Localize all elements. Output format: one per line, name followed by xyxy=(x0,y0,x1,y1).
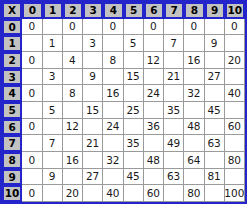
table-cell-r2c2: 4 xyxy=(63,52,83,69)
table-cell-r3c4 xyxy=(103,69,123,86)
table-cell-r7c3: 21 xyxy=(83,135,103,152)
row-header-9: 9 xyxy=(2,169,22,186)
row-header-10: 10 xyxy=(2,185,22,202)
table-cell-r1c8 xyxy=(184,35,204,52)
table-cell-r2c5 xyxy=(124,52,144,69)
table-cell-r8c6: 48 xyxy=(144,152,164,169)
table-cell-r8c2: 16 xyxy=(63,152,83,169)
table-cell-r10c5 xyxy=(124,185,144,202)
table-cell-r3c9: 27 xyxy=(205,69,225,86)
table-cell-r10c7 xyxy=(164,185,184,202)
table-cell-r2c9 xyxy=(205,52,225,69)
table-cell-r0c1 xyxy=(43,19,63,36)
table-cell-r2c3 xyxy=(83,52,103,69)
table-cell-r4c0: 0 xyxy=(22,85,42,102)
table-cell-r8c9 xyxy=(205,152,225,169)
column-header-4: 4 xyxy=(103,2,123,19)
table-cell-r9c7: 63 xyxy=(164,169,184,186)
table-cell-r9c4 xyxy=(103,169,123,186)
column-header-1: 1 xyxy=(43,2,63,19)
table-cell-r0c4: 0 xyxy=(103,19,123,36)
table-cell-r6c4: 24 xyxy=(103,119,123,136)
table-cell-r1c1: 1 xyxy=(43,35,63,52)
table-cell-r3c10 xyxy=(225,69,245,86)
table-cell-r9c5: 45 xyxy=(124,169,144,186)
table-cell-r8c0: 0 xyxy=(22,152,42,169)
table-cell-r7c2 xyxy=(63,135,83,152)
table-cell-r10c10: 100 xyxy=(225,185,245,202)
table-cell-r5c3: 15 xyxy=(83,102,103,119)
column-header-0: 0 xyxy=(22,2,42,19)
table-cell-r0c6: 0 xyxy=(144,19,164,36)
table-cell-r3c7: 21 xyxy=(164,69,184,86)
table-cell-r3c0 xyxy=(22,69,42,86)
table-cell-r9c9: 81 xyxy=(205,169,225,186)
table-cell-r10c3 xyxy=(83,185,103,202)
table-cell-r10c4: 40 xyxy=(103,185,123,202)
table-cell-r6c3 xyxy=(83,119,103,136)
table-cell-r10c2: 20 xyxy=(63,185,83,202)
table-cell-r10c1 xyxy=(43,185,63,202)
table-cell-r5c9: 45 xyxy=(205,102,225,119)
table-cell-r0c10: 0 xyxy=(225,19,245,36)
row-header-8: 8 xyxy=(2,152,22,169)
column-header-3: 3 xyxy=(83,2,103,19)
table-cell-r8c8: 64 xyxy=(184,152,204,169)
table-cell-r1c5: 5 xyxy=(124,35,144,52)
table-cell-r8c3 xyxy=(83,152,103,169)
table-cell-r3c3: 9 xyxy=(83,69,103,86)
table-cell-r5c8 xyxy=(184,102,204,119)
table-cell-r4c3 xyxy=(83,85,103,102)
table-cell-r1c9: 9 xyxy=(205,35,225,52)
table-cell-r10c9 xyxy=(205,185,225,202)
row-header-3: 3 xyxy=(2,69,22,86)
table-cell-r2c6: 12 xyxy=(144,52,164,69)
table-cell-r8c7 xyxy=(164,152,184,169)
table-cell-r9c6 xyxy=(144,169,164,186)
row-header-2: 2 xyxy=(2,52,22,69)
table-cell-r4c5 xyxy=(124,85,144,102)
table-cell-r9c1: 9 xyxy=(43,169,63,186)
table-cell-r8c5 xyxy=(124,152,144,169)
row-header-5: 5 xyxy=(2,102,22,119)
table-cell-r8c4: 32 xyxy=(103,152,123,169)
table-cell-r5c5: 25 xyxy=(124,102,144,119)
column-header-2: 2 xyxy=(63,2,83,19)
table-cell-r9c2 xyxy=(63,169,83,186)
table-cell-r1c3: 3 xyxy=(83,35,103,52)
table-cell-r6c7 xyxy=(164,119,184,136)
table-cell-r0c3 xyxy=(83,19,103,36)
table-cell-r9c8 xyxy=(184,169,204,186)
table-cell-r6c10: 60 xyxy=(225,119,245,136)
table-cell-r7c4 xyxy=(103,135,123,152)
table-cell-r6c9 xyxy=(205,119,225,136)
table-cell-r4c7 xyxy=(164,85,184,102)
table-cell-r7c8 xyxy=(184,135,204,152)
table-cell-r5c7: 35 xyxy=(164,102,184,119)
table-cell-r6c2: 12 xyxy=(63,119,83,136)
table-cell-r4c8: 32 xyxy=(184,85,204,102)
table-cell-r6c6: 36 xyxy=(144,119,164,136)
table-cell-r7c9: 63 xyxy=(205,135,225,152)
table-cell-r3c1: 3 xyxy=(43,69,63,86)
table-cell-r2c7 xyxy=(164,52,184,69)
column-header-9: 9 xyxy=(205,2,225,19)
table-cell-r1c2 xyxy=(63,35,83,52)
table-cell-r7c7: 49 xyxy=(164,135,184,152)
table-cell-r0c7 xyxy=(164,19,184,36)
column-header-5: 5 xyxy=(124,2,144,19)
table-cell-r3c5: 15 xyxy=(124,69,144,86)
table-cell-r3c6 xyxy=(144,69,164,86)
table-cell-r9c3: 27 xyxy=(83,169,103,186)
table-cell-r7c10 xyxy=(225,135,245,152)
column-header-6: 6 xyxy=(144,2,164,19)
table-cell-r5c1: 5 xyxy=(43,102,63,119)
table-cell-r2c0: 0 xyxy=(22,52,42,69)
table-cell-r7c6 xyxy=(144,135,164,152)
table-cell-r2c1 xyxy=(43,52,63,69)
table-cell-r6c8: 48 xyxy=(184,119,204,136)
corner-cell: X xyxy=(2,2,22,19)
table-cell-r4c4: 16 xyxy=(103,85,123,102)
column-header-8: 8 xyxy=(184,2,204,19)
table-cell-r8c10: 80 xyxy=(225,152,245,169)
table-cell-r9c10 xyxy=(225,169,245,186)
table-cell-r1c7: 7 xyxy=(164,35,184,52)
table-cell-r3c8 xyxy=(184,69,204,86)
table-cell-r7c5: 35 xyxy=(124,135,144,152)
column-header-10: 10 xyxy=(225,2,245,19)
row-header-7: 7 xyxy=(2,135,22,152)
table-cell-r0c8: 0 xyxy=(184,19,204,36)
table-cell-r0c2: 0 xyxy=(63,19,83,36)
table-cell-r0c5 xyxy=(124,19,144,36)
table-cell-r0c0: 0 xyxy=(22,19,42,36)
row-header-1: 1 xyxy=(2,35,22,52)
table-cell-r1c6 xyxy=(144,35,164,52)
table-cell-r4c10: 40 xyxy=(225,85,245,102)
table-cell-r5c2 xyxy=(63,102,83,119)
table-cell-r6c1 xyxy=(43,119,63,136)
table-cell-r2c8: 16 xyxy=(184,52,204,69)
table-cell-r2c10: 20 xyxy=(225,52,245,69)
table-cell-r10c6: 60 xyxy=(144,185,164,202)
table-cell-r7c1: 7 xyxy=(43,135,63,152)
table-cell-r6c0: 0 xyxy=(22,119,42,136)
table-cell-r1c0 xyxy=(22,35,42,52)
row-header-0: 0 xyxy=(2,19,22,36)
table-cell-r4c1 xyxy=(43,85,63,102)
table-cell-r9c0 xyxy=(22,169,42,186)
table-cell-r7c0 xyxy=(22,135,42,152)
table-cell-r5c10 xyxy=(225,102,245,119)
table-cell-r6c5 xyxy=(124,119,144,136)
table-cell-r4c6: 24 xyxy=(144,85,164,102)
row-header-6: 6 xyxy=(2,119,22,136)
table-cell-r5c0 xyxy=(22,102,42,119)
table-cell-r1c10 xyxy=(225,35,245,52)
table-cell-r5c4 xyxy=(103,102,123,119)
table-cell-r10c0: 0 xyxy=(22,185,42,202)
table-cell-r4c2: 8 xyxy=(63,85,83,102)
multiplication-table-board: X012345678910000000011357920481216203391… xyxy=(0,0,247,204)
column-header-7: 7 xyxy=(164,2,184,19)
table-cell-r0c9 xyxy=(205,19,225,36)
table-cell-r10c8: 80 xyxy=(184,185,204,202)
table-cell-r3c2 xyxy=(63,69,83,86)
row-header-4: 4 xyxy=(2,85,22,102)
table-cell-r1c4 xyxy=(103,35,123,52)
table-cell-r4c9 xyxy=(205,85,225,102)
table-cell-r8c1 xyxy=(43,152,63,169)
table-cell-r2c4: 8 xyxy=(103,52,123,69)
table-cell-r5c6 xyxy=(144,102,164,119)
